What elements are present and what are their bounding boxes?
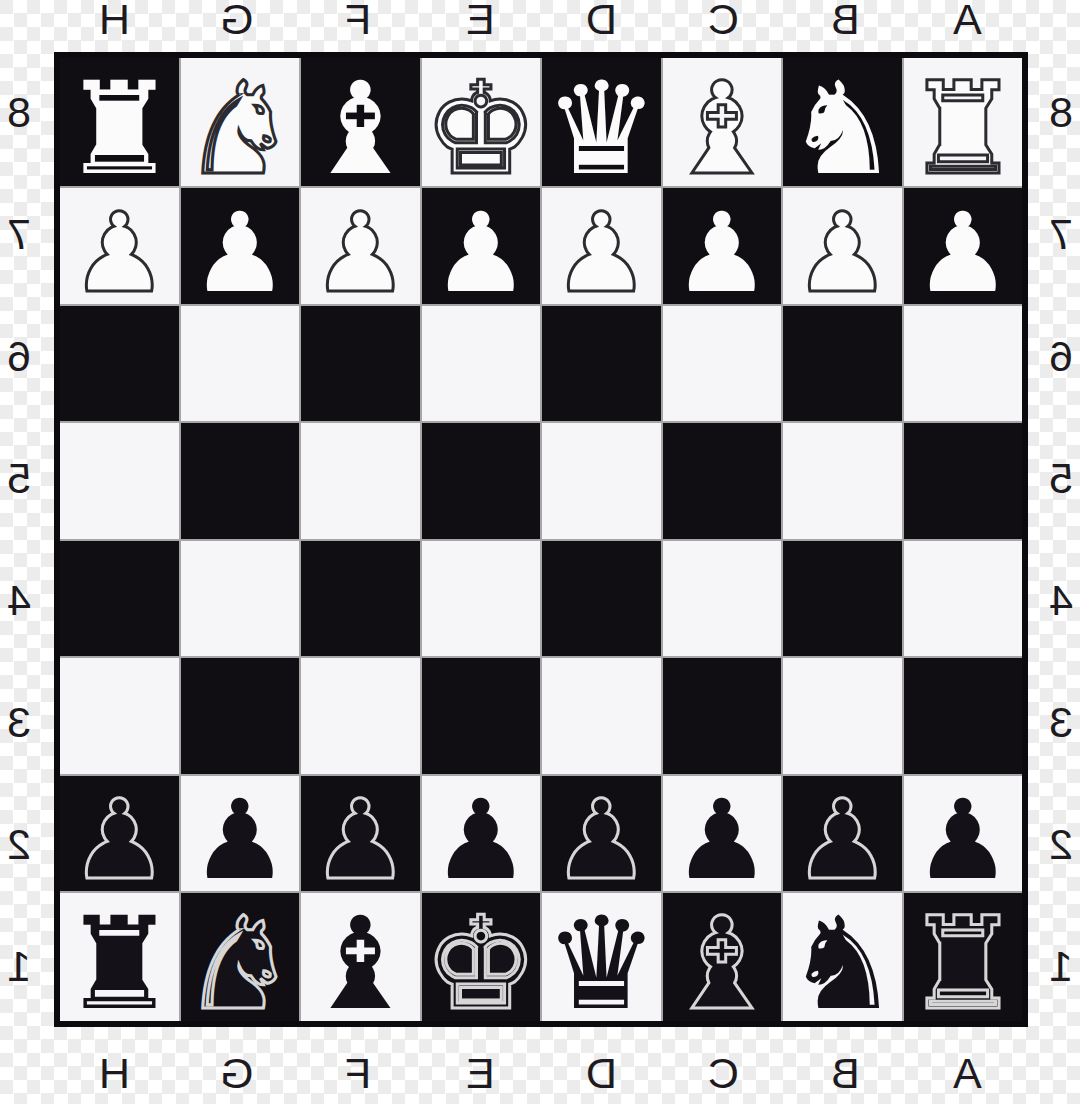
file-letter-glyph: B (831, 1049, 860, 1098)
piece-white-pawn[interactable]: ♟ (70, 198, 169, 308)
file-labels-top: HGFEDCBA (54, 0, 1028, 38)
rank-letter-glyph: 1 (7, 942, 31, 991)
square-h3[interactable] (60, 658, 179, 774)
file-label-d: D (541, 0, 663, 38)
piece-white-queen[interactable]: ♛ (544, 65, 659, 193)
piece-black-pawn[interactable]: ♟ (793, 785, 892, 895)
file-label-h: H (54, 0, 176, 38)
piece-white-bishop[interactable]: ♝ (664, 65, 779, 193)
file-label-c: C (663, 1043, 785, 1104)
square-b8[interactable]: ♞ (783, 58, 902, 186)
square-b3[interactable] (783, 658, 902, 774)
rank-letter-glyph: 3 (7, 698, 31, 747)
rank-label-3: 3 (0, 661, 38, 783)
rank-label-2: 2 (1042, 783, 1080, 905)
file-letter-glyph: G (220, 0, 253, 44)
square-h4[interactable] (60, 541, 179, 657)
file-letter-glyph: C (708, 0, 739, 44)
piece-black-king[interactable]: ♚ (423, 900, 538, 1028)
square-c5[interactable] (663, 423, 782, 539)
square-g4[interactable] (181, 541, 300, 657)
square-h8[interactable]: ♜ (60, 58, 179, 186)
piece-black-rook[interactable]: ♜ (62, 900, 177, 1028)
file-letter-glyph: E (466, 1049, 495, 1098)
file-letter-glyph: C (708, 1049, 739, 1098)
square-g5[interactable] (181, 423, 300, 539)
piece-white-rook[interactable]: ♜ (905, 65, 1020, 193)
rank-label-4: 4 (0, 540, 38, 662)
square-h5[interactable] (60, 423, 179, 539)
square-g8[interactable]: ♞ (181, 58, 300, 186)
square-f7[interactable]: ♟ (301, 188, 420, 304)
rank-letter-glyph: 2 (1049, 820, 1073, 869)
file-label-f: F (298, 1043, 420, 1104)
square-a7[interactable]: ♟ (904, 188, 1023, 304)
file-label-f: F (298, 0, 420, 38)
square-c4[interactable] (663, 541, 782, 657)
square-f5[interactable] (301, 423, 420, 539)
rank-label-1: 1 (1042, 905, 1080, 1027)
file-letter-glyph: D (586, 1049, 617, 1098)
square-h1[interactable]: ♜ (60, 893, 179, 1021)
rank-label-6: 6 (1042, 296, 1080, 418)
square-d4[interactable] (542, 541, 661, 657)
rank-letter-glyph: 2 (7, 820, 31, 869)
rank-label-4: 4 (1042, 540, 1080, 662)
square-a8[interactable]: ♜ (904, 58, 1023, 186)
file-label-e: E (419, 0, 541, 38)
piece-white-pawn[interactable]: ♟ (552, 198, 651, 308)
square-e7[interactable]: ♟ (422, 188, 541, 304)
piece-black-pawn[interactable]: ♟ (913, 785, 1012, 895)
square-a4[interactable] (904, 541, 1023, 657)
piece-white-bishop[interactable]: ♝ (303, 65, 418, 193)
piece-white-pawn[interactable]: ♟ (431, 198, 530, 308)
piece-black-rook[interactable]: ♜ (905, 900, 1020, 1028)
square-e6[interactable] (422, 306, 541, 422)
file-letter-glyph: F (345, 1049, 371, 1098)
square-e5[interactable] (422, 423, 541, 539)
rank-label-8: 8 (1042, 52, 1080, 174)
piece-black-pawn[interactable]: ♟ (311, 785, 410, 895)
square-h6[interactable] (60, 306, 179, 422)
square-d5[interactable] (542, 423, 661, 539)
square-a2[interactable]: ♟ (904, 776, 1023, 892)
square-c6[interactable] (663, 306, 782, 422)
square-a1[interactable]: ♜ (904, 893, 1023, 1021)
square-e2[interactable]: ♟ (422, 776, 541, 892)
square-f3[interactable] (301, 658, 420, 774)
piece-black-pawn[interactable]: ♟ (190, 785, 289, 895)
transparency-background: { "game": "chess", "title": "Chessboard … (0, 0, 1080, 1104)
square-e4[interactable] (422, 541, 541, 657)
rank-label-5: 5 (0, 418, 38, 540)
file-letter-glyph: G (220, 1049, 253, 1098)
board-grid: ♜♞♝♚♛♝♞♜♟♟♟♟♟♟♟♟♟♟♟♟♟♟♟♟♜♞♝♚♛♝♞♜ (60, 58, 1022, 1021)
rank-letter-glyph: 7 (7, 210, 31, 259)
square-h7[interactable]: ♟ (60, 188, 179, 304)
square-d8[interactable]: ♛ (542, 58, 661, 186)
square-e1[interactable]: ♚ (422, 893, 541, 1021)
square-h2[interactable]: ♟ (60, 776, 179, 892)
rank-letter-glyph: 7 (1049, 210, 1073, 259)
rank-label-6: 6 (0, 296, 38, 418)
square-f2[interactable]: ♟ (301, 776, 420, 892)
square-f4[interactable] (301, 541, 420, 657)
file-letter-glyph: A (953, 1049, 982, 1098)
piece-black-bishop[interactable]: ♝ (303, 900, 418, 1028)
file-label-d: D (541, 1043, 663, 1104)
file-label-c: C (663, 0, 785, 38)
rank-letter-glyph: 6 (1049, 332, 1073, 381)
square-e3[interactable] (422, 658, 541, 774)
rank-letter-glyph: 5 (1049, 454, 1073, 503)
rank-label-7: 7 (1042, 174, 1080, 296)
file-label-a: A (906, 1043, 1028, 1104)
file-labels-bottom: HGFEDCBA (54, 1027, 1028, 1104)
piece-white-pawn[interactable]: ♟ (190, 198, 289, 308)
rank-label-7: 7 (0, 174, 38, 296)
piece-black-pawn[interactable]: ♟ (431, 785, 530, 895)
piece-white-king[interactable]: ♚ (423, 65, 538, 193)
rank-letter-glyph: 8 (1049, 88, 1073, 137)
rank-letter-glyph: 4 (1049, 576, 1073, 625)
square-d1[interactable]: ♛ (542, 893, 661, 1021)
file-label-b: B (785, 1043, 907, 1104)
rank-labels-left: 87654321 (0, 52, 38, 1027)
rank-labels-right: 87654321 (1042, 52, 1080, 1027)
square-c7[interactable]: ♟ (663, 188, 782, 304)
square-c1[interactable]: ♝ (663, 893, 782, 1021)
square-b6[interactable] (783, 306, 902, 422)
square-c3[interactable] (663, 658, 782, 774)
piece-white-knight[interactable]: ♞ (785, 65, 900, 193)
rank-letter-glyph: 4 (7, 576, 31, 625)
square-g3[interactable] (181, 658, 300, 774)
piece-white-pawn[interactable]: ♟ (793, 198, 892, 308)
piece-black-pawn[interactable]: ♟ (672, 785, 771, 895)
piece-black-queen[interactable]: ♛ (544, 900, 659, 1028)
piece-white-pawn[interactable]: ♟ (913, 198, 1012, 308)
square-f8[interactable]: ♝ (301, 58, 420, 186)
piece-white-pawn[interactable]: ♟ (311, 198, 410, 308)
square-a3[interactable] (904, 658, 1023, 774)
square-d2[interactable]: ♟ (542, 776, 661, 892)
square-g1[interactable]: ♞ (181, 893, 300, 1021)
piece-black-pawn[interactable]: ♟ (552, 785, 651, 895)
piece-black-pawn[interactable]: ♟ (70, 785, 169, 895)
square-g6[interactable] (181, 306, 300, 422)
square-b2[interactable]: ♟ (783, 776, 902, 892)
file-label-h: H (54, 1043, 176, 1104)
file-letter-glyph: A (953, 0, 982, 44)
rank-letter-glyph: 3 (1049, 698, 1073, 747)
file-letter-glyph: H (99, 0, 130, 44)
square-b5[interactable] (783, 423, 902, 539)
rank-label-5: 5 (1042, 418, 1080, 540)
file-letter-glyph: D (586, 0, 617, 44)
square-a6[interactable] (904, 306, 1023, 422)
rank-label-1: 1 (0, 905, 38, 1027)
rank-label-8: 8 (0, 52, 38, 174)
square-b4[interactable] (783, 541, 902, 657)
file-letter-glyph: B (831, 0, 860, 44)
piece-black-knight[interactable]: ♞ (785, 900, 900, 1028)
file-label-e: E (419, 1043, 541, 1104)
square-c2[interactable]: ♟ (663, 776, 782, 892)
rank-label-3: 3 (1042, 661, 1080, 783)
square-f6[interactable] (301, 306, 420, 422)
piece-white-rook[interactable]: ♜ (62, 65, 177, 193)
square-f1[interactable]: ♝ (301, 893, 420, 1021)
file-label-b: B (785, 0, 907, 38)
square-c8[interactable]: ♝ (663, 58, 782, 186)
piece-black-bishop[interactable]: ♝ (664, 900, 779, 1028)
square-d7[interactable]: ♟ (542, 188, 661, 304)
piece-black-knight[interactable]: ♞ (182, 900, 297, 1028)
square-a5[interactable] (904, 423, 1023, 539)
file-letter-glyph: F (345, 0, 371, 44)
rank-label-2: 2 (0, 783, 38, 905)
square-g7[interactable]: ♟ (181, 188, 300, 304)
piece-white-pawn[interactable]: ♟ (672, 198, 771, 308)
rank-letter-glyph: 5 (7, 454, 31, 503)
rank-letter-glyph: 1 (1049, 942, 1073, 991)
file-letter-glyph: H (99, 1049, 130, 1098)
file-letter-glyph: E (466, 0, 495, 44)
square-b7[interactable]: ♟ (783, 188, 902, 304)
file-label-g: G (176, 0, 298, 38)
square-d3[interactable] (542, 658, 661, 774)
chessboard: ♜♞♝♚♛♝♞♜♟♟♟♟♟♟♟♟♟♟♟♟♟♟♟♟♜♞♝♚♛♝♞♜ (54, 52, 1028, 1027)
rank-letter-glyph: 6 (7, 332, 31, 381)
file-label-g: G (176, 1043, 298, 1104)
square-d6[interactable] (542, 306, 661, 422)
piece-white-knight[interactable]: ♞ (182, 65, 297, 193)
square-b1[interactable]: ♞ (783, 893, 902, 1021)
square-e8[interactable]: ♚ (422, 58, 541, 186)
rank-letter-glyph: 8 (7, 88, 31, 137)
file-label-a: A (906, 0, 1028, 38)
square-g2[interactable]: ♟ (181, 776, 300, 892)
